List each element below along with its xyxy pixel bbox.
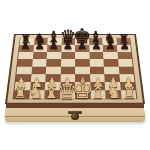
square-f6 (89, 52, 103, 59)
square-c1 (44, 90, 60, 98)
square-f3 (90, 74, 105, 82)
square-e7 (75, 45, 89, 52)
square-a2 (15, 82, 31, 90)
square-g7 (103, 45, 117, 52)
square-c7 (47, 45, 61, 52)
square-b8 (34, 38, 48, 45)
square-h4 (118, 67, 133, 75)
square-b2 (30, 82, 46, 90)
square-f2 (90, 82, 105, 90)
square-h1 (120, 90, 136, 98)
square-d6 (61, 52, 75, 59)
square-h6 (117, 52, 132, 59)
square-h8 (116, 38, 130, 45)
square-d1 (60, 90, 75, 98)
square-c8 (47, 38, 61, 45)
square-e6 (75, 52, 89, 59)
square-e8 (75, 38, 89, 45)
box-front (5, 111, 145, 122)
square-c3 (45, 74, 60, 82)
square-f8 (89, 38, 103, 45)
square-b6 (32, 52, 47, 59)
square-b1 (29, 90, 45, 98)
square-g5 (103, 59, 118, 66)
chess-board (5, 34, 145, 104)
square-c4 (46, 67, 61, 75)
square-a1 (14, 90, 30, 98)
square-f4 (89, 67, 104, 75)
square-g6 (103, 52, 118, 59)
square-f5 (89, 59, 104, 66)
square-g8 (102, 38, 116, 45)
square-g1 (105, 90, 121, 98)
square-b7 (33, 45, 47, 52)
square-e4 (75, 67, 90, 75)
square-f7 (89, 45, 103, 52)
square-a4 (16, 67, 31, 75)
square-a3 (16, 74, 32, 82)
square-h5 (118, 59, 133, 66)
square-g3 (104, 74, 119, 82)
board-grid (13, 38, 138, 100)
square-a7 (19, 45, 34, 52)
square-b3 (30, 74, 45, 82)
square-c6 (47, 52, 61, 59)
square-e3 (75, 74, 90, 82)
square-d4 (60, 67, 75, 75)
square-c2 (45, 82, 60, 90)
square-e1 (75, 90, 90, 98)
square-d2 (60, 82, 75, 90)
square-h2 (120, 82, 136, 90)
square-a6 (18, 52, 33, 59)
square-f1 (90, 90, 106, 98)
chess-set-photo: ♜♞♝♛♚♝♞♜♟♟♟♟♟♟♟♟♟♟♟♟♟♟♟♟♜♞♝♛♚♝♞♜ (0, 0, 150, 150)
square-d8 (61, 38, 75, 45)
square-b4 (31, 67, 46, 75)
square-g2 (105, 82, 121, 90)
square-a8 (20, 38, 34, 45)
square-e2 (75, 82, 90, 90)
square-h7 (116, 45, 131, 52)
square-b5 (32, 59, 47, 66)
square-d7 (61, 45, 75, 52)
square-c5 (46, 59, 61, 66)
clasp-icon (71, 113, 79, 120)
square-h3 (119, 74, 135, 82)
square-d3 (60, 74, 75, 82)
square-a5 (17, 59, 32, 66)
square-g4 (104, 67, 119, 75)
square-e5 (75, 59, 89, 66)
square-d5 (61, 59, 75, 66)
